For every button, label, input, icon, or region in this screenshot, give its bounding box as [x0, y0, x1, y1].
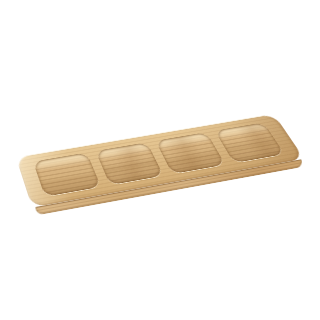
pit-1	[33, 153, 101, 197]
wooden-tray-board	[16, 114, 304, 208]
pit-4	[214, 122, 284, 163]
pit-row	[16, 114, 304, 208]
pit-3	[155, 132, 224, 174]
product-photo-canvas[interactable]	[0, 0, 320, 320]
pit-2	[95, 142, 164, 185]
